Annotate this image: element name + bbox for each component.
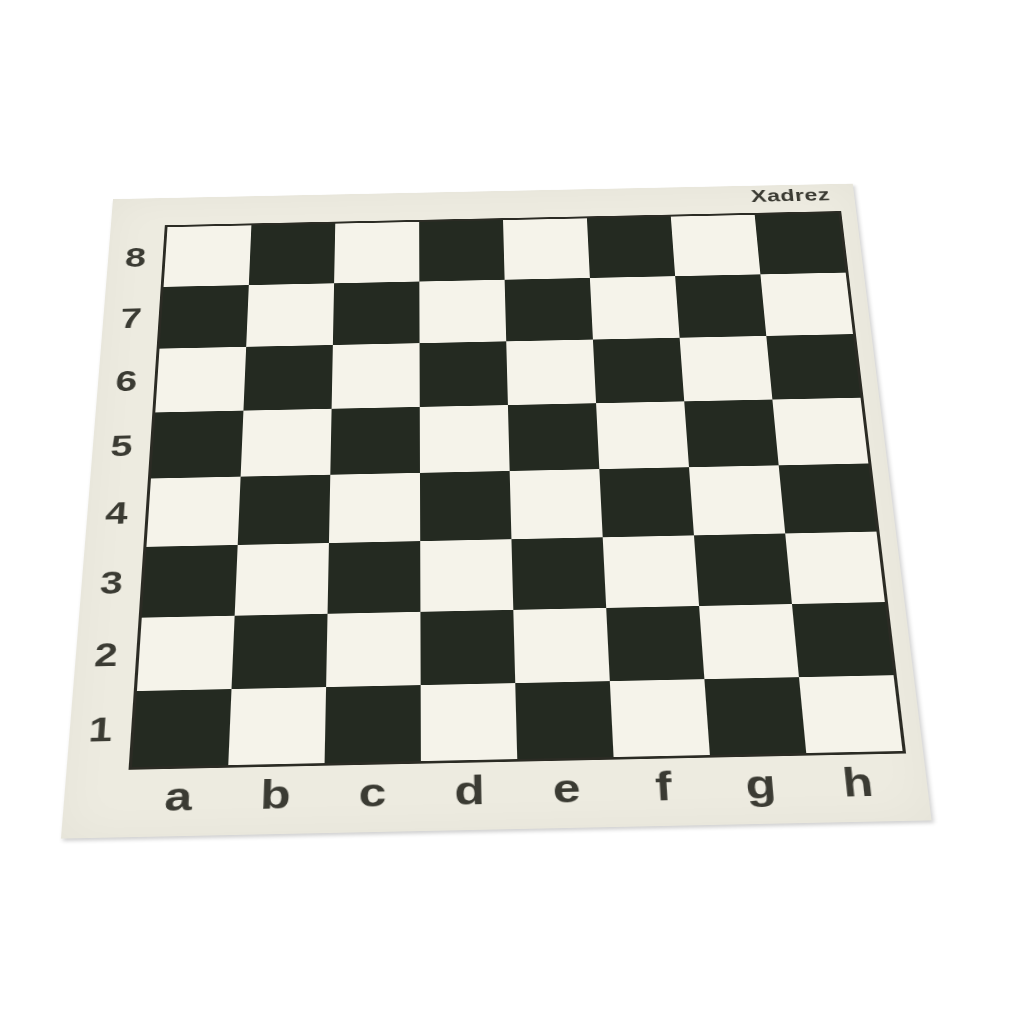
- square-a8[interactable]: [164, 225, 252, 287]
- square-c8[interactable]: [334, 222, 419, 283]
- square-e1[interactable]: [515, 681, 613, 759]
- file-label-c: c: [323, 767, 421, 818]
- square-c7[interactable]: [333, 282, 420, 345]
- square-g3[interactable]: [694, 533, 792, 606]
- square-d7[interactable]: [419, 280, 506, 343]
- square-h1[interactable]: [799, 675, 903, 753]
- square-f3[interactable]: [603, 535, 699, 608]
- square-a2[interactable]: [137, 616, 235, 691]
- square-f1[interactable]: [610, 679, 710, 757]
- file-label-d: d: [421, 765, 519, 816]
- square-d6[interactable]: [420, 341, 508, 407]
- square-d8[interactable]: [419, 220, 504, 281]
- rank-label-7: 7: [101, 287, 161, 350]
- square-b7[interactable]: [246, 283, 334, 346]
- file-label-b: b: [226, 769, 325, 820]
- square-b2[interactable]: [232, 614, 328, 689]
- square-b1[interactable]: [228, 687, 326, 765]
- square-e7[interactable]: [505, 278, 593, 341]
- file-label-g: g: [710, 759, 811, 810]
- square-e3[interactable]: [511, 537, 606, 610]
- square-g8[interactable]: [671, 215, 761, 276]
- file-label-h: h: [807, 757, 909, 808]
- square-f8[interactable]: [587, 217, 675, 278]
- square-h6[interactable]: [766, 334, 860, 399]
- rank-label-8: 8: [106, 227, 165, 288]
- square-b5[interactable]: [241, 409, 332, 477]
- square-a1[interactable]: [132, 689, 232, 767]
- square-h8[interactable]: [755, 213, 846, 274]
- square-a4[interactable]: [146, 477, 240, 547]
- square-b6[interactable]: [243, 345, 332, 411]
- square-g6[interactable]: [680, 336, 773, 401]
- square-d4[interactable]: [420, 471, 511, 541]
- square-c3[interactable]: [328, 541, 421, 614]
- square-h4[interactable]: [779, 463, 877, 533]
- square-h5[interactable]: [772, 398, 868, 466]
- square-b4[interactable]: [238, 475, 331, 545]
- square-h3[interactable]: [785, 532, 885, 604]
- vinyl-chess-mat: Xadrez 87654321 abcdefgh: [61, 184, 932, 839]
- square-f7[interactable]: [590, 276, 680, 339]
- square-h7[interactable]: [760, 273, 853, 336]
- square-h2[interactable]: [792, 602, 894, 677]
- rank-label-5: 5: [90, 413, 152, 480]
- square-a3[interactable]: [142, 545, 238, 618]
- square-a5[interactable]: [151, 411, 244, 479]
- square-c5[interactable]: [330, 407, 420, 475]
- photo-background: Xadrez 87654321 abcdefgh: [0, 0, 1024, 1024]
- square-c4[interactable]: [329, 473, 420, 543]
- square-c1[interactable]: [325, 685, 421, 763]
- square-c6[interactable]: [332, 343, 420, 409]
- file-label-a: a: [128, 771, 228, 822]
- rank-label-6: 6: [96, 349, 157, 414]
- square-g2[interactable]: [699, 604, 799, 679]
- file-label-f: f: [614, 761, 714, 812]
- square-c2[interactable]: [326, 612, 421, 687]
- square-f4[interactable]: [599, 467, 694, 537]
- square-e4[interactable]: [510, 469, 603, 539]
- chess-board: [129, 211, 907, 770]
- square-b8[interactable]: [249, 224, 335, 285]
- square-g5[interactable]: [684, 400, 778, 468]
- square-f6[interactable]: [593, 338, 684, 403]
- rank-label-3: 3: [79, 547, 144, 619]
- square-d1[interactable]: [421, 683, 518, 761]
- square-e6[interactable]: [506, 340, 596, 406]
- square-g4[interactable]: [689, 465, 785, 535]
- square-d3[interactable]: [420, 539, 513, 612]
- square-d5[interactable]: [420, 405, 510, 473]
- square-e2[interactable]: [513, 608, 610, 683]
- rank-label-2: 2: [73, 618, 139, 693]
- file-label-e: e: [517, 763, 616, 814]
- square-a6[interactable]: [155, 347, 246, 413]
- square-g7[interactable]: [675, 274, 766, 337]
- square-a7[interactable]: [159, 285, 248, 349]
- square-e5[interactable]: [508, 403, 599, 471]
- square-g1[interactable]: [704, 677, 806, 755]
- square-e8[interactable]: [503, 218, 590, 279]
- square-f5[interactable]: [596, 401, 689, 469]
- board-title: Xadrez: [750, 185, 831, 205]
- rank-label-4: 4: [85, 479, 148, 549]
- square-b3[interactable]: [235, 543, 329, 616]
- square-f2[interactable]: [606, 606, 704, 681]
- rank-label-1: 1: [67, 691, 134, 768]
- square-d2[interactable]: [420, 610, 515, 685]
